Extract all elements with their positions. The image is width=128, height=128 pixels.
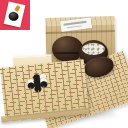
white-stones-pile [82, 43, 105, 55]
board-intersection [82, 104, 89, 108]
go-bowl-icon [8, 11, 20, 22]
badge-card [4, 1, 26, 27]
front-board: ●●●●●●●●● [0, 59, 89, 116]
front-board-area: ●●●●●●●●● [0, 66, 96, 126]
stone-bowl-closed [52, 36, 83, 62]
gold-ornament-icon [14, 5, 21, 12]
promo-badge [0, 0, 30, 30]
box-lid-seam [46, 30, 115, 33]
go-set-product-photo[interactable]: ●●●●●●●●● [0, 0, 128, 128]
